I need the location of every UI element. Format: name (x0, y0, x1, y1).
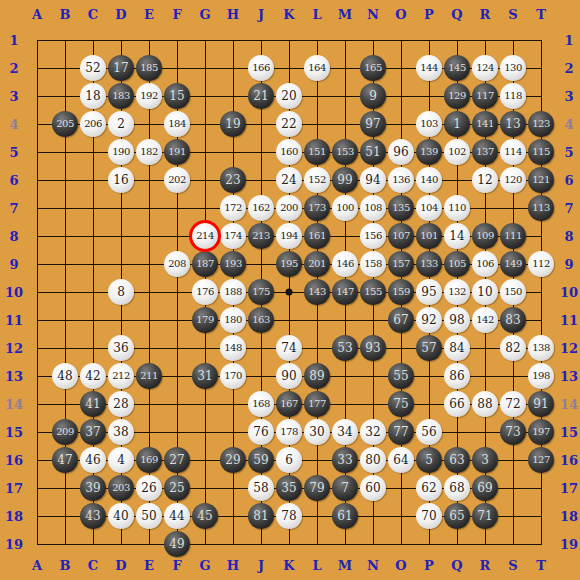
stone-H8-move-174[interactable]: 174 (220, 223, 246, 249)
stone-T9-move-112[interactable]: 112 (528, 251, 554, 277)
stone-S6-move-120[interactable]: 120 (500, 167, 526, 193)
stone-Q2-move-145[interactable]: 145 (444, 55, 470, 81)
coord-right-10: 10 (560, 286, 578, 299)
coord-bottom-M: M (338, 559, 352, 572)
stone-S14-move-72[interactable]: 72 (500, 391, 526, 417)
coord-left-13: 13 (5, 370, 23, 383)
stone-E5-move-182[interactable]: 182 (136, 139, 162, 165)
stone-J15-move-76[interactable]: 76 (248, 419, 274, 445)
stone-C15-move-37[interactable]: 37 (80, 419, 106, 445)
coord-bottom-J: J (258, 559, 264, 572)
stone-P16-move-5[interactable]: 5 (416, 447, 442, 473)
stone-K9-move-195[interactable]: 195 (276, 251, 302, 277)
stone-K15-move-178[interactable]: 178 (276, 419, 302, 445)
stone-N10-move-155[interactable]: 155 (360, 279, 386, 305)
stone-F9-move-208[interactable]: 208 (164, 251, 190, 277)
stone-R2-move-124[interactable]: 124 (472, 55, 498, 81)
stone-J8-move-213[interactable]: 213 (248, 223, 274, 249)
coord-right-17: 17 (560, 482, 578, 495)
stone-C16-move-46[interactable]: 46 (80, 447, 106, 473)
coord-bottom-F: F (172, 559, 181, 572)
stone-Q11-move-98[interactable]: 98 (444, 307, 470, 333)
stone-O9-move-157[interactable]: 157 (388, 251, 414, 277)
coord-right-3: 3 (564, 90, 573, 103)
stone-E16-move-169[interactable]: 169 (136, 447, 162, 473)
stone-D15-move-38[interactable]: 38 (108, 419, 134, 445)
coord-top-B: B (60, 8, 71, 21)
coord-left-14: 14 (5, 398, 23, 411)
stone-J10-move-175[interactable]: 175 (248, 279, 274, 305)
stone-P17-move-62[interactable]: 62 (416, 475, 442, 501)
stone-E17-move-26[interactable]: 26 (136, 475, 162, 501)
coord-top-N: N (367, 8, 379, 21)
stone-G9-move-187[interactable]: 187 (192, 251, 218, 277)
stone-L9-move-201[interactable]: 201 (304, 251, 330, 277)
stone-C4-move-206[interactable]: 206 (80, 111, 106, 137)
stone-Q5-move-102[interactable]: 102 (444, 139, 470, 165)
stone-N2-move-165[interactable]: 165 (360, 55, 386, 81)
coord-top-L: L (312, 8, 321, 21)
stone-K4-move-22[interactable]: 22 (276, 111, 302, 137)
coord-left-5: 5 (9, 146, 18, 159)
stone-J17-move-58[interactable]: 58 (248, 475, 274, 501)
stone-D6-move-16[interactable]: 16 (108, 167, 134, 193)
stone-N15-move-32[interactable]: 32 (360, 419, 386, 445)
stone-R8-move-109[interactable]: 109 (472, 223, 498, 249)
stone-B15-move-209[interactable]: 209 (52, 419, 78, 445)
coord-top-G: G (199, 8, 210, 21)
stone-N12-move-93[interactable]: 93 (360, 335, 386, 361)
stone-R3-move-117[interactable]: 117 (472, 83, 498, 109)
coord-bottom-R: R (480, 559, 491, 572)
coord-left-12: 12 (5, 342, 23, 355)
stone-K8-move-194[interactable]: 194 (276, 223, 302, 249)
stone-Q16-move-63[interactable]: 63 (444, 447, 470, 473)
stone-M7-move-100[interactable]: 100 (332, 195, 358, 221)
coord-top-M: M (338, 8, 352, 21)
coord-top-K: K (283, 8, 294, 21)
stone-P11-move-92[interactable]: 92 (416, 307, 442, 333)
coord-left-4: 4 (9, 118, 18, 131)
stone-H12-move-148[interactable]: 148 (220, 335, 246, 361)
stone-S9-move-149[interactable]: 149 (500, 251, 526, 277)
stone-H7-move-172[interactable]: 172 (220, 195, 246, 221)
coord-bottom-D: D (115, 559, 126, 572)
stone-G8-move-214[interactable]: 214 (192, 223, 218, 249)
coord-bottom-E: E (144, 559, 154, 572)
stone-P2-move-144[interactable]: 144 (416, 55, 442, 81)
coord-left-8: 8 (9, 230, 18, 243)
coord-left-17: 17 (5, 482, 23, 495)
stone-G18-move-45[interactable]: 45 (192, 503, 218, 529)
coord-top-J: J (258, 8, 264, 21)
stone-K14-move-167[interactable]: 167 (276, 391, 302, 417)
stone-K16-move-6[interactable]: 6 (276, 447, 302, 473)
stone-R17-move-69[interactable]: 69 (472, 475, 498, 501)
stone-P4-move-103[interactable]: 103 (416, 111, 442, 137)
stone-S12-move-82[interactable]: 82 (500, 335, 526, 361)
coord-left-18: 18 (5, 510, 23, 523)
stone-M10-move-147[interactable]: 147 (332, 279, 358, 305)
stone-O6-move-136[interactable]: 136 (388, 167, 414, 193)
stone-R6-move-12[interactable]: 12 (472, 167, 498, 193)
coord-right-4: 4 (564, 118, 573, 131)
coord-top-C: C (88, 8, 98, 21)
stone-K5-move-160[interactable]: 160 (276, 139, 302, 165)
coord-left-3: 3 (9, 90, 18, 103)
stone-T7-move-113[interactable]: 113 (528, 195, 554, 221)
coord-bottom-K: K (283, 559, 294, 572)
stone-H13-move-170[interactable]: 170 (220, 363, 246, 389)
coord-left-11: 11 (5, 314, 23, 327)
stone-K7-move-200[interactable]: 200 (276, 195, 302, 221)
coord-bottom-G: G (199, 559, 210, 572)
stone-N4-move-97[interactable]: 97 (360, 111, 386, 137)
stone-S8-move-111[interactable]: 111 (500, 223, 526, 249)
stone-C18-move-43[interactable]: 43 (80, 503, 106, 529)
coord-right-2: 2 (564, 62, 573, 75)
stone-H10-move-188[interactable]: 188 (220, 279, 246, 305)
coord-bottom-Q: Q (451, 559, 462, 572)
stone-B16-move-47[interactable]: 47 (52, 447, 78, 473)
stone-Q13-move-86[interactable]: 86 (444, 363, 470, 389)
coord-top-T: T (536, 8, 546, 21)
coord-bottom-A: A (32, 559, 42, 572)
stone-J14-move-168[interactable]: 168 (248, 391, 274, 417)
stone-T15-move-197[interactable]: 197 (528, 419, 554, 445)
stone-P9-move-133[interactable]: 133 (416, 251, 442, 277)
stone-F5-move-191[interactable]: 191 (164, 139, 190, 165)
coord-right-13: 13 (560, 370, 578, 383)
stone-T12-move-138[interactable]: 138 (528, 335, 554, 361)
coord-bottom-T: T (536, 559, 546, 572)
stone-L2-move-164[interactable]: 164 (304, 55, 330, 81)
stone-O16-move-64[interactable]: 64 (388, 447, 414, 473)
coord-top-E: E (144, 8, 154, 21)
coord-bottom-N: N (367, 559, 379, 572)
stone-E3-move-192[interactable]: 192 (136, 83, 162, 109)
stone-E2-move-185[interactable]: 185 (136, 55, 162, 81)
stone-T6-move-121[interactable]: 121 (528, 167, 554, 193)
stone-P7-move-104[interactable]: 104 (416, 195, 442, 221)
stone-M9-move-146[interactable]: 146 (332, 251, 358, 277)
stone-S11-move-83[interactable]: 83 (500, 307, 526, 333)
stone-C14-move-41[interactable]: 41 (80, 391, 106, 417)
coord-right-7: 7 (564, 202, 573, 215)
coord-right-15: 15 (560, 426, 578, 439)
stone-R10-move-10[interactable]: 10 (472, 279, 498, 305)
go-board-diagram: AABBCCDDEEFFGGHHJJKKLLMMNNOOPPQQRRSSTT11… (0, 0, 580, 580)
stone-O8-move-107[interactable]: 107 (388, 223, 414, 249)
stone-T13-move-198[interactable]: 198 (528, 363, 554, 389)
coord-right-18: 18 (560, 510, 578, 523)
stone-L6-move-152[interactable]: 152 (304, 167, 330, 193)
stone-K18-move-78[interactable]: 78 (276, 503, 302, 529)
stone-T16-move-127[interactable]: 127 (528, 447, 554, 473)
coord-left-10: 10 (5, 286, 23, 299)
stone-P15-move-56[interactable]: 56 (416, 419, 442, 445)
stone-D2-move-17[interactable]: 17 (108, 55, 134, 81)
coord-right-6: 6 (564, 174, 573, 187)
stone-L15-move-30[interactable]: 30 (304, 419, 330, 445)
coord-left-9: 9 (9, 258, 18, 271)
coord-left-16: 16 (5, 454, 23, 467)
coord-top-Q: Q (451, 8, 462, 21)
stone-K12-move-74[interactable]: 74 (276, 335, 302, 361)
stone-F19-move-49[interactable]: 49 (164, 531, 190, 557)
stone-L5-move-151[interactable]: 151 (304, 139, 330, 165)
stone-M6-move-99[interactable]: 99 (332, 167, 358, 193)
coord-right-1: 1 (564, 34, 573, 47)
stone-P10-move-95[interactable]: 95 (416, 279, 442, 305)
coord-left-6: 6 (9, 174, 18, 187)
stone-S15-move-73[interactable]: 73 (500, 419, 526, 445)
stone-H4-move-19[interactable]: 19 (220, 111, 246, 137)
coord-top-H: H (227, 8, 239, 21)
stone-M12-move-53[interactable]: 53 (332, 335, 358, 361)
coord-top-P: P (424, 8, 434, 21)
coord-right-9: 9 (564, 258, 573, 271)
stone-P12-move-57[interactable]: 57 (416, 335, 442, 361)
stone-R4-move-141[interactable]: 141 (472, 111, 498, 137)
stone-N7-move-108[interactable]: 108 (360, 195, 386, 221)
stone-Q14-move-66[interactable]: 66 (444, 391, 470, 417)
coord-left-2: 2 (9, 62, 18, 75)
stone-T5-move-115[interactable]: 115 (528, 139, 554, 165)
stone-N9-move-158[interactable]: 158 (360, 251, 386, 277)
stone-Q4-move-1[interactable]: 1 (444, 111, 470, 137)
stone-N6-move-94[interactable]: 94 (360, 167, 386, 193)
stone-D4-move-2[interactable]: 2 (108, 111, 134, 137)
coord-left-15: 15 (5, 426, 23, 439)
coord-bottom-B: B (60, 559, 71, 572)
stone-O14-move-75[interactable]: 75 (388, 391, 414, 417)
stone-S2-move-130[interactable]: 130 (500, 55, 526, 81)
stone-C17-move-39[interactable]: 39 (80, 475, 106, 501)
stone-P5-move-139[interactable]: 139 (416, 139, 442, 165)
stone-D18-move-40[interactable]: 40 (108, 503, 134, 529)
coord-right-5: 5 (564, 146, 573, 159)
coord-bottom-C: C (88, 559, 98, 572)
coord-right-14: 14 (560, 398, 578, 411)
star-point-K10 (286, 289, 293, 296)
stone-S5-move-114[interactable]: 114 (500, 139, 526, 165)
stone-D10-move-8[interactable]: 8 (108, 279, 134, 305)
coord-bottom-S: S (508, 559, 517, 572)
coord-top-S: S (508, 8, 517, 21)
stone-D12-move-36[interactable]: 36 (108, 335, 134, 361)
stone-C2-move-52[interactable]: 52 (80, 55, 106, 81)
coord-right-12: 12 (560, 342, 578, 355)
coord-top-D: D (115, 8, 126, 21)
stone-C3-move-18[interactable]: 18 (80, 83, 106, 109)
stone-M5-move-153[interactable]: 153 (332, 139, 358, 165)
stone-L14-move-177[interactable]: 177 (304, 391, 330, 417)
stone-P8-move-101[interactable]: 101 (416, 223, 442, 249)
stone-J11-move-163[interactable]: 163 (248, 307, 274, 333)
stone-R14-move-88[interactable]: 88 (472, 391, 498, 417)
stone-M16-move-33[interactable]: 33 (332, 447, 358, 473)
stone-Q3-move-129[interactable]: 129 (444, 83, 470, 109)
stone-J16-move-59[interactable]: 59 (248, 447, 274, 473)
stone-Q8-move-14[interactable]: 14 (444, 223, 470, 249)
stone-N3-move-9[interactable]: 9 (360, 83, 386, 109)
stone-Q18-move-65[interactable]: 65 (444, 503, 470, 529)
stone-O11-move-67[interactable]: 67 (388, 307, 414, 333)
stone-G11-move-179[interactable]: 179 (192, 307, 218, 333)
coord-bottom-O: O (395, 559, 406, 572)
stone-S4-move-13[interactable]: 13 (500, 111, 526, 137)
stone-D5-move-190[interactable]: 190 (108, 139, 134, 165)
stone-F6-move-202[interactable]: 202 (164, 167, 190, 193)
coord-top-A: A (32, 8, 42, 21)
stone-B13-move-48[interactable]: 48 (52, 363, 78, 389)
stone-J3-move-21[interactable]: 21 (248, 83, 274, 109)
stone-T4-move-123[interactable]: 123 (528, 111, 554, 137)
stone-Q17-move-68[interactable]: 68 (444, 475, 470, 501)
stone-G10-move-176[interactable]: 176 (192, 279, 218, 305)
stone-N16-move-80[interactable]: 80 (360, 447, 386, 473)
stone-S3-move-118[interactable]: 118 (500, 83, 526, 109)
stone-B4-move-205[interactable]: 205 (52, 111, 78, 137)
stone-T14-move-91[interactable]: 91 (528, 391, 554, 417)
stone-O13-move-55[interactable]: 55 (388, 363, 414, 389)
stone-F4-move-184[interactable]: 184 (164, 111, 190, 137)
stone-J7-move-162[interactable]: 162 (248, 195, 274, 221)
stone-F3-move-15[interactable]: 15 (164, 83, 190, 109)
coord-top-O: O (395, 8, 406, 21)
stone-N5-move-51[interactable]: 51 (360, 139, 386, 165)
stone-H9-move-193[interactable]: 193 (220, 251, 246, 277)
coord-right-11: 11 (560, 314, 578, 327)
stone-E18-move-50[interactable]: 50 (136, 503, 162, 529)
stone-L8-move-161[interactable]: 161 (304, 223, 330, 249)
stone-G13-move-31[interactable]: 31 (192, 363, 218, 389)
coord-bottom-P: P (424, 559, 434, 572)
stone-O7-move-135[interactable]: 135 (388, 195, 414, 221)
stone-C13-move-42[interactable]: 42 (80, 363, 106, 389)
stone-Q9-move-105[interactable]: 105 (444, 251, 470, 277)
coord-right-16: 16 (560, 454, 578, 467)
stone-M17-move-7[interactable]: 7 (332, 475, 358, 501)
stone-P18-move-70[interactable]: 70 (416, 503, 442, 529)
coord-top-F: F (172, 8, 181, 21)
coord-left-7: 7 (9, 202, 18, 215)
stone-H6-move-23[interactable]: 23 (220, 167, 246, 193)
stone-R16-move-3[interactable]: 3 (472, 447, 498, 473)
stone-H16-move-29[interactable]: 29 (220, 447, 246, 473)
stone-D13-move-212[interactable]: 212 (108, 363, 134, 389)
stone-K3-move-20[interactable]: 20 (276, 83, 302, 109)
stone-J2-move-166[interactable]: 166 (248, 55, 274, 81)
coord-top-R: R (480, 8, 491, 21)
stone-O15-move-77[interactable]: 77 (388, 419, 414, 445)
stone-F16-move-27[interactable]: 27 (164, 447, 190, 473)
stone-R9-move-106[interactable]: 106 (472, 251, 498, 277)
stone-Q12-move-84[interactable]: 84 (444, 335, 470, 361)
stone-L7-move-173[interactable]: 173 (304, 195, 330, 221)
stone-Q10-move-132[interactable]: 132 (444, 279, 470, 305)
stone-N8-move-156[interactable]: 156 (360, 223, 386, 249)
stone-R11-move-142[interactable]: 142 (472, 307, 498, 333)
stone-L13-move-89[interactable]: 89 (304, 363, 330, 389)
stone-K13-move-90[interactable]: 90 (276, 363, 302, 389)
coord-bottom-H: H (227, 559, 239, 572)
coord-left-1: 1 (9, 34, 18, 47)
stone-N17-move-60[interactable]: 60 (360, 475, 386, 501)
stone-F18-move-44[interactable]: 44 (164, 503, 190, 529)
coord-bottom-L: L (312, 559, 321, 572)
stone-O10-move-159[interactable]: 159 (388, 279, 414, 305)
stone-H11-move-180[interactable]: 180 (220, 307, 246, 333)
stone-F17-move-25[interactable]: 25 (164, 475, 190, 501)
stone-L17-move-79[interactable]: 79 (304, 475, 330, 501)
coord-left-19: 19 (5, 538, 23, 551)
stone-P6-move-140[interactable]: 140 (416, 167, 442, 193)
stone-E13-move-211[interactable]: 211 (136, 363, 162, 389)
stone-M15-move-34[interactable]: 34 (332, 419, 358, 445)
stone-M18-move-61[interactable]: 61 (332, 503, 358, 529)
stone-K17-move-35[interactable]: 35 (276, 475, 302, 501)
stone-J18-move-81[interactable]: 81 (248, 503, 274, 529)
stone-K6-move-24[interactable]: 24 (276, 167, 302, 193)
stone-L10-move-143[interactable]: 143 (304, 279, 330, 305)
stone-D17-move-203[interactable]: 203 (108, 475, 134, 501)
stone-S10-move-150[interactable]: 150 (500, 279, 526, 305)
coord-right-8: 8 (564, 230, 573, 243)
stone-D16-move-4[interactable]: 4 (108, 447, 134, 473)
stone-R5-move-137[interactable]: 137 (472, 139, 498, 165)
stone-D3-move-183[interactable]: 183 (108, 83, 134, 109)
stone-D14-move-28[interactable]: 28 (108, 391, 134, 417)
coord-right-19: 19 (560, 538, 578, 551)
stone-R18-move-71[interactable]: 71 (472, 503, 498, 529)
stone-O5-move-96[interactable]: 96 (388, 139, 414, 165)
stone-Q7-move-110[interactable]: 110 (444, 195, 470, 221)
